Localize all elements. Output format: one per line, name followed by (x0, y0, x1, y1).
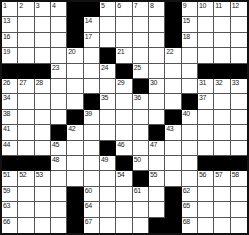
black-cell-r11c2 (18, 156, 34, 171)
clue-number: 30 (150, 79, 157, 87)
white-cell-r2c8[interactable] (116, 17, 132, 32)
white-cell-r9c6[interactable] (84, 125, 100, 140)
white-cell-r6c2[interactable]: 27 (18, 79, 34, 94)
white-cell-r14c13[interactable] (198, 202, 214, 217)
clue-number: 43 (166, 125, 173, 133)
white-cell-r8c15[interactable] (231, 110, 247, 125)
white-cell-r4c8[interactable]: 21 (116, 48, 132, 63)
white-cell-r13c10[interactable] (149, 187, 165, 202)
white-cell-r9c9[interactable] (133, 125, 149, 140)
clue-number: 55 (150, 171, 157, 179)
clue-number: 22 (166, 48, 173, 56)
white-cell-r3c3[interactable] (35, 33, 51, 48)
black-cell-r3c11 (165, 33, 181, 48)
clue-number: 68 (183, 218, 190, 226)
white-cell-r12c7[interactable] (100, 171, 116, 186)
white-cell-r3c8[interactable] (116, 33, 132, 48)
white-cell-r6c7[interactable] (100, 79, 116, 94)
white-cell-r8c13[interactable] (198, 110, 214, 125)
white-cell-r4c10[interactable] (149, 48, 165, 63)
white-cell-r15c15[interactable] (231, 218, 247, 233)
white-cell-r15c14[interactable] (214, 218, 230, 233)
white-cell-r12c4[interactable] (51, 171, 67, 186)
white-cell-r4c6[interactable] (84, 48, 100, 63)
clue-number: 67 (85, 218, 92, 226)
white-cell-r6c13[interactable]: 31 (198, 79, 214, 94)
white-cell-r1c2[interactable]: 2 (18, 2, 34, 17)
clue-number: 5 (101, 2, 105, 10)
white-cell-r7c7[interactable]: 35 (100, 94, 116, 109)
white-cell-r14c3[interactable] (35, 202, 51, 217)
white-cell-r5c5[interactable] (67, 64, 83, 79)
white-cell-r12c2[interactable]: 52 (18, 171, 34, 186)
clue-number: 47 (150, 141, 157, 149)
clue-number: 20 (68, 48, 75, 56)
white-cell-r15c12[interactable]: 68 (182, 218, 198, 233)
white-cell-r8c2[interactable] (18, 110, 34, 125)
clue-number: 61 (134, 187, 141, 195)
white-cell-r7c10[interactable] (149, 94, 165, 109)
white-cell-r15c13[interactable] (198, 218, 214, 233)
white-cell-r14c4[interactable] (51, 202, 67, 217)
white-cell-r12c3[interactable]: 53 (35, 171, 51, 186)
clue-number: 7 (134, 2, 138, 10)
black-cell-r5c1 (2, 64, 18, 79)
white-cell-r4c12[interactable] (182, 48, 198, 63)
white-cell-r6c10[interactable]: 30 (149, 79, 165, 94)
clue-number: 3 (36, 2, 40, 10)
white-cell-r11c5[interactable] (67, 156, 83, 171)
clue-number: 28 (36, 79, 43, 87)
white-cell-r9c1[interactable]: 41 (2, 125, 18, 140)
white-cell-r6c4[interactable] (51, 79, 67, 94)
white-cell-r9c2[interactable] (18, 125, 34, 140)
white-cell-r11c7[interactable]: 49 (100, 156, 116, 171)
black-cell-r9c4 (51, 125, 67, 140)
clue-number: 51 (3, 171, 10, 179)
white-cell-r1c10[interactable]: 8 (149, 2, 165, 17)
white-cell-r5c10[interactable] (149, 64, 165, 79)
white-cell-r2c10[interactable] (149, 17, 165, 32)
black-cell-r5c13 (198, 64, 214, 79)
black-cell-r11c3 (35, 156, 51, 171)
white-cell-r12c13[interactable]: 56 (198, 171, 214, 186)
white-cell-r1c9[interactable]: 7 (133, 2, 149, 17)
white-cell-r11c9[interactable]: 50 (133, 156, 149, 171)
white-cell-r12c1[interactable]: 51 (2, 171, 18, 186)
white-cell-r7c9[interactable]: 36 (133, 94, 149, 109)
white-cell-r4c11[interactable]: 22 (165, 48, 181, 63)
black-cell-r2c5 (67, 17, 83, 32)
clue-number: 58 (232, 171, 239, 179)
white-cell-r10c3[interactable] (35, 141, 51, 156)
white-cell-r12c6[interactable] (84, 171, 100, 186)
clue-number: 48 (52, 156, 59, 164)
clue-number: 11 (215, 2, 221, 10)
white-cell-r10c6[interactable] (84, 141, 100, 156)
clue-number: 54 (117, 171, 124, 179)
white-cell-r6c8[interactable]: 29 (116, 79, 132, 94)
clue-number: 64 (85, 202, 92, 210)
white-cell-r13c1[interactable]: 59 (2, 187, 18, 202)
white-cell-r11c6[interactable] (84, 156, 100, 171)
white-cell-r4c9[interactable] (133, 48, 149, 63)
white-cell-r1c4[interactable]: 4 (51, 2, 67, 17)
white-cell-r5c9[interactable]: 25 (133, 64, 149, 79)
white-cell-r10c5[interactable] (67, 141, 83, 156)
white-cell-r15c8[interactable] (116, 218, 132, 233)
clue-number: 15 (183, 17, 190, 25)
white-cell-r6c1[interactable]: 26 (2, 79, 18, 94)
white-cell-r4c5[interactable]: 20 (67, 48, 83, 63)
white-cell-r9c13[interactable] (198, 125, 214, 140)
black-cell-r7c12 (182, 94, 198, 109)
clue-number: 63 (3, 202, 10, 210)
black-cell-r1c6 (84, 2, 100, 17)
clue-number: 65 (183, 202, 190, 210)
black-cell-r4c7 (100, 48, 116, 63)
black-cell-r5c2 (18, 64, 34, 79)
white-cell-r13c9[interactable]: 61 (133, 187, 149, 202)
white-cell-r14c6[interactable]: 64 (84, 202, 100, 217)
white-cell-r9c5[interactable]: 42 (67, 125, 83, 140)
white-cell-r15c2[interactable] (18, 218, 34, 233)
black-cell-r14c11 (165, 202, 181, 217)
white-cell-r14c14[interactable] (214, 202, 230, 217)
white-cell-r12c10[interactable]: 55 (149, 171, 165, 186)
clue-number: 17 (85, 33, 92, 41)
black-cell-r7c6 (84, 94, 100, 109)
white-cell-r15c4[interactable] (51, 218, 67, 233)
crossword-grid: 1234567891011121314151617181920212223242… (0, 0, 249, 235)
white-cell-r7c15[interactable] (231, 94, 247, 109)
black-cell-r15c11 (165, 218, 181, 233)
black-cell-r13c5 (67, 187, 83, 202)
white-cell-r8c3[interactable] (35, 110, 51, 125)
clue-number: 53 (36, 171, 43, 179)
white-cell-r10c1[interactable]: 44 (2, 141, 18, 156)
black-cell-r1c11 (165, 2, 181, 17)
white-cell-r1c12[interactable]: 9 (182, 2, 198, 17)
black-cell-r11c8 (116, 156, 132, 171)
white-cell-r12c15[interactable]: 58 (231, 171, 247, 186)
white-cell-r13c12[interactable]: 62 (182, 187, 198, 202)
white-cell-r8c9[interactable] (133, 110, 149, 125)
white-cell-r10c15[interactable] (231, 141, 247, 156)
white-cell-r2c7[interactable] (100, 17, 116, 32)
white-cell-r6c3[interactable]: 28 (35, 79, 51, 94)
clue-number: 59 (3, 187, 10, 195)
clue-number: 16 (3, 33, 10, 41)
white-cell-r9c7[interactable] (100, 125, 116, 140)
clue-number: 18 (183, 33, 190, 41)
white-cell-r8c6[interactable]: 39 (84, 110, 100, 125)
white-cell-r3c12[interactable]: 18 (182, 33, 198, 48)
white-cell-r6c11[interactable] (165, 79, 181, 94)
white-cell-r7c8[interactable] (116, 94, 132, 109)
clue-number: 31 (199, 79, 206, 87)
white-cell-r2c1[interactable]: 13 (2, 17, 18, 32)
white-cell-r2c12[interactable]: 15 (182, 17, 198, 32)
white-cell-r14c15[interactable] (231, 202, 247, 217)
clue-number: 37 (199, 94, 206, 102)
white-cell-r3c2[interactable] (18, 33, 34, 48)
white-cell-r7c14[interactable] (214, 94, 230, 109)
white-cell-r1c7[interactable]: 5 (100, 2, 116, 17)
white-cell-r2c4[interactable] (51, 17, 67, 32)
black-cell-r2c11 (165, 17, 181, 32)
clue-number: 25 (134, 64, 141, 72)
clue-number: 50 (134, 156, 141, 164)
white-cell-r2c6[interactable]: 14 (84, 17, 100, 32)
clue-number: 36 (134, 94, 141, 102)
clue-number: 9 (183, 2, 187, 10)
white-cell-r10c11[interactable] (165, 141, 181, 156)
white-cell-r10c9[interactable] (133, 141, 149, 156)
white-cell-r10c8[interactable]: 46 (116, 141, 132, 156)
white-cell-r8c12[interactable]: 40 (182, 110, 198, 125)
white-cell-r10c12[interactable] (182, 141, 198, 156)
white-cell-r3c9[interactable] (133, 33, 149, 48)
clue-number: 6 (117, 2, 121, 10)
white-cell-r5c11[interactable] (165, 64, 181, 79)
clue-number: 13 (3, 17, 10, 25)
white-cell-r9c3[interactable] (35, 125, 51, 140)
clue-number: 62 (183, 187, 190, 195)
clue-number: 10 (199, 2, 206, 10)
white-cell-r3c14[interactable] (214, 33, 230, 48)
clue-number: 41 (3, 125, 10, 133)
white-cell-r6c5[interactable] (67, 79, 83, 94)
white-cell-r7c2[interactable] (18, 94, 34, 109)
clue-number: 24 (101, 64, 108, 72)
black-cell-r11c1 (2, 156, 18, 171)
clue-number: 21 (117, 48, 124, 56)
white-cell-r10c10[interactable]: 47 (149, 141, 165, 156)
white-cell-r14c8[interactable] (116, 202, 132, 217)
clue-number: 12 (232, 2, 239, 10)
white-cell-r7c5[interactable] (67, 94, 83, 109)
black-cell-r14c5 (67, 202, 83, 217)
white-cell-r3c4[interactable] (51, 33, 67, 48)
white-cell-r5c6[interactable] (84, 64, 100, 79)
black-cell-r11c13 (198, 156, 214, 171)
clue-number: 44 (3, 141, 10, 149)
white-cell-r15c7[interactable] (100, 218, 116, 233)
white-cell-r6c12[interactable] (182, 79, 198, 94)
white-cell-r12c14[interactable]: 57 (214, 171, 230, 186)
white-cell-r3c6[interactable]: 17 (84, 33, 100, 48)
black-cell-r8c5 (67, 110, 83, 125)
white-cell-r14c9[interactable] (133, 202, 149, 217)
clue-number: 38 (3, 110, 10, 118)
white-cell-r13c6[interactable]: 60 (84, 187, 100, 202)
white-cell-r2c14[interactable] (214, 17, 230, 32)
clue-number: 52 (19, 171, 26, 179)
white-cell-r12c5[interactable] (67, 171, 83, 186)
white-cell-r5c4[interactable]: 23 (51, 64, 67, 79)
clue-number: 29 (117, 79, 124, 87)
white-cell-r12c12[interactable] (182, 171, 198, 186)
white-cell-r3c7[interactable] (100, 33, 116, 48)
white-cell-r14c10[interactable] (149, 202, 165, 217)
clue-number: 14 (85, 17, 92, 25)
black-cell-r11c15 (231, 156, 247, 171)
clue-number: 66 (3, 218, 10, 226)
clue-number: 40 (183, 110, 190, 118)
white-cell-r13c3[interactable] (35, 187, 51, 202)
white-cell-r8c8[interactable] (116, 110, 132, 125)
clue-number: 2 (19, 2, 23, 10)
white-cell-r12c8[interactable]: 54 (116, 171, 132, 186)
black-cell-r3c5 (67, 33, 83, 48)
white-cell-r6c6[interactable] (84, 79, 100, 94)
white-cell-r9c15[interactable] (231, 125, 247, 140)
white-cell-r10c2[interactable] (18, 141, 34, 156)
white-cell-r2c15[interactable] (231, 17, 247, 32)
white-cell-r14c7[interactable] (100, 202, 116, 217)
white-cell-r8c7[interactable] (100, 110, 116, 125)
clue-number: 19 (3, 48, 10, 56)
black-cell-r5c14 (214, 64, 230, 79)
clue-number: 33 (232, 79, 239, 87)
white-cell-r12c11[interactable] (165, 171, 181, 186)
white-cell-r7c3[interactable] (35, 94, 51, 109)
white-cell-r10c13[interactable] (198, 141, 214, 156)
black-cell-r5c3 (35, 64, 51, 79)
white-cell-r15c9[interactable] (133, 218, 149, 233)
white-cell-r2c2[interactable] (18, 17, 34, 32)
white-cell-r13c13[interactable] (198, 187, 214, 202)
black-cell-r5c15 (231, 64, 247, 79)
white-cell-r9c11[interactable]: 43 (165, 125, 181, 140)
white-cell-r13c15[interactable] (231, 187, 247, 202)
clue-number: 23 (52, 64, 59, 72)
black-cell-r1c5 (67, 2, 83, 17)
white-cell-r3c13[interactable] (198, 33, 214, 48)
white-cell-r13c4[interactable] (51, 187, 67, 202)
black-cell-r15c5 (67, 218, 83, 233)
white-cell-r4c3[interactable] (35, 48, 51, 63)
clue-number: 46 (117, 141, 124, 149)
white-cell-r13c2[interactable] (18, 187, 34, 202)
crossword-puzzle: 1234567891011121314151617181920212223242… (0, 0, 249, 235)
white-cell-r1c14[interactable]: 11 (214, 2, 230, 17)
clue-number: 35 (101, 94, 108, 102)
white-cell-r7c13[interactable]: 37 (198, 94, 214, 109)
white-cell-r5c7[interactable]: 24 (100, 64, 116, 79)
white-cell-r3c15[interactable] (231, 33, 247, 48)
white-cell-r2c3[interactable] (35, 17, 51, 32)
clue-number: 34 (3, 94, 10, 102)
black-cell-r15c10 (149, 218, 165, 233)
white-cell-r1c1[interactable]: 1 (2, 2, 18, 17)
white-cell-r15c6[interactable]: 67 (84, 218, 100, 233)
white-cell-r9c14[interactable] (214, 125, 230, 140)
white-cell-r11c10[interactable] (149, 156, 165, 171)
black-cell-r9c10 (149, 125, 165, 140)
black-cell-r10c7 (100, 141, 116, 156)
white-cell-r6c15[interactable]: 33 (231, 79, 247, 94)
white-cell-r7c11[interactable] (165, 94, 181, 109)
black-cell-r8c11 (165, 110, 181, 125)
black-cell-r5c8 (116, 64, 132, 79)
clue-number: 60 (85, 187, 92, 195)
white-cell-r3c10[interactable] (149, 33, 165, 48)
clue-number: 4 (52, 2, 56, 10)
black-cell-r12c9 (133, 171, 149, 186)
white-cell-r15c3[interactable] (35, 218, 51, 233)
white-cell-r14c2[interactable] (18, 202, 34, 217)
clue-number: 1 (3, 2, 7, 10)
white-cell-r1c8[interactable]: 6 (116, 2, 132, 17)
white-cell-r4c1[interactable]: 19 (2, 48, 18, 63)
white-cell-r11c4[interactable]: 48 (51, 156, 67, 171)
clue-number: 8 (150, 2, 154, 10)
white-cell-r1c3[interactable]: 3 (35, 2, 51, 17)
white-cell-r10c4[interactable]: 45 (51, 141, 67, 156)
clue-number: 56 (199, 171, 206, 179)
white-cell-r4c2[interactable] (18, 48, 34, 63)
white-cell-r11c11[interactable] (165, 156, 181, 171)
clue-number: 45 (52, 141, 59, 149)
white-cell-r5c12[interactable] (182, 64, 198, 79)
white-cell-r10c14[interactable] (214, 141, 230, 156)
white-cell-r6c14[interactable]: 32 (214, 79, 230, 94)
white-cell-r8c4[interactable] (51, 110, 67, 125)
white-cell-r13c14[interactable] (214, 187, 230, 202)
white-cell-r8c1[interactable]: 38 (2, 110, 18, 125)
white-cell-r14c12[interactable]: 65 (182, 202, 198, 217)
white-cell-r3c1[interactable]: 16 (2, 33, 18, 48)
white-cell-r2c13[interactable] (198, 17, 214, 32)
white-cell-r9c12[interactable] (182, 125, 198, 140)
black-cell-r11c14 (214, 156, 230, 171)
white-cell-r8c14[interactable] (214, 110, 230, 125)
clue-number: 32 (215, 79, 222, 87)
white-cell-r2c9[interactable] (133, 17, 149, 32)
white-cell-r15c1[interactable]: 66 (2, 218, 18, 233)
white-cell-r1c15[interactable]: 12 (231, 2, 247, 17)
clue-number: 39 (85, 110, 92, 118)
white-cell-r9c8[interactable] (116, 125, 132, 140)
white-cell-r1c13[interactable]: 10 (198, 2, 214, 17)
white-cell-r14c1[interactable]: 63 (2, 202, 18, 217)
clue-number: 57 (215, 171, 222, 179)
white-cell-r13c7[interactable] (100, 187, 116, 202)
white-cell-r11c12[interactable] (182, 156, 198, 171)
white-cell-r13c8[interactable] (116, 187, 132, 202)
clue-number: 27 (19, 79, 26, 87)
white-cell-r4c13[interactable] (198, 48, 214, 63)
white-cell-r8c10[interactable] (149, 110, 165, 125)
white-cell-r4c15[interactable] (231, 48, 247, 63)
black-cell-r13c11 (165, 187, 181, 202)
clue-number: 42 (68, 125, 75, 133)
clue-number: 26 (3, 79, 10, 87)
white-cell-r7c4[interactable] (51, 94, 67, 109)
white-cell-r4c4[interactable] (51, 48, 67, 63)
black-cell-r6c9 (133, 79, 149, 94)
white-cell-r7c1[interactable]: 34 (2, 94, 18, 109)
clue-number: 49 (101, 156, 108, 164)
white-cell-r4c14[interactable] (214, 48, 230, 63)
